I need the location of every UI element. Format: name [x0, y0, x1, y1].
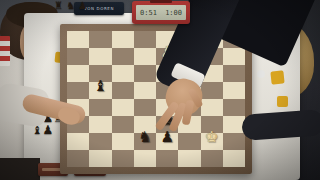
- square-h1: [223, 150, 245, 167]
- square-h2: [223, 133, 245, 150]
- square-a8: [67, 31, 89, 48]
- square-c4: [112, 99, 134, 116]
- chess-clock: 0:51 1:00: [132, 1, 190, 24]
- square-b7: [89, 48, 111, 65]
- square-b6: [89, 65, 111, 82]
- square-b1: [89, 150, 111, 167]
- right-player-arm: [241, 109, 320, 141]
- sponsor-logo-dot-icon: [257, 70, 265, 78]
- square-a6: [67, 65, 89, 82]
- square-c3: [112, 116, 134, 133]
- square-g5: [201, 82, 223, 99]
- square-d7: [134, 48, 156, 65]
- square-a7: [67, 48, 89, 65]
- square-c1: [112, 150, 134, 167]
- square-h6: [223, 65, 245, 82]
- square-g3: [201, 116, 223, 133]
- square-h7: [223, 48, 245, 65]
- square-e1: [156, 150, 178, 167]
- square-h4: [223, 99, 245, 116]
- square-b4: [89, 99, 111, 116]
- square-a1: [67, 150, 89, 167]
- square-d2: ♞: [134, 133, 156, 150]
- captured-pieces-top-left: ♜ ♞ ♟: [54, 1, 87, 11]
- square-f2: [178, 133, 200, 150]
- square-a5: [67, 82, 89, 99]
- square-h5: [223, 82, 245, 99]
- square-b2: [89, 133, 111, 150]
- square-c8: [112, 31, 134, 48]
- sponsor-logo-icon: [270, 70, 284, 84]
- square-b5: ♝: [89, 82, 111, 99]
- square-d3: [134, 116, 156, 133]
- square-a2: [67, 133, 89, 150]
- square-c2: [112, 133, 134, 150]
- square-d4: [134, 99, 156, 116]
- square-b3: [89, 116, 111, 133]
- square-c5: [112, 82, 134, 99]
- square-c7: [112, 48, 134, 65]
- square-g1: [201, 150, 223, 167]
- board-grid: ♟♟♝♚♞♟♚: [67, 31, 245, 167]
- clock-time-left: 0:51: [140, 9, 157, 17]
- chess-broadcast-photo: VON DOREN VON DOREN ♜ ♞ ♟ ♞ ♟ ♟ ♜ ♟ ♝ ♟ …: [0, 0, 320, 180]
- square-d1: [134, 150, 156, 167]
- square-d6: [134, 65, 156, 82]
- clock-rocker-button: [150, 0, 172, 3]
- sponsor-sign-edge: [0, 36, 10, 66]
- square-f1: [178, 150, 200, 167]
- chess-board: ♟♟♝♚♞♟♚: [60, 24, 252, 174]
- sponsor-logo-icon: [277, 96, 288, 107]
- table-front-shadow: [0, 158, 40, 180]
- clock-display: 0:51 1:00: [136, 5, 186, 20]
- square-b8: [89, 31, 111, 48]
- square-e2: ♟: [156, 133, 178, 150]
- square-c6: [112, 65, 134, 82]
- square-d5: [134, 82, 156, 99]
- square-d8: [134, 31, 156, 48]
- square-g4: [201, 99, 223, 116]
- square-g2: ♚: [201, 133, 223, 150]
- clock-time-right: 1:00: [165, 9, 182, 17]
